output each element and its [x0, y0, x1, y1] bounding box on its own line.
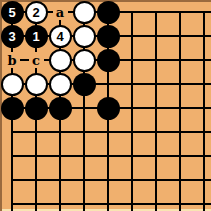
grid-hline [11, 179, 211, 181]
black-stone [97, 1, 120, 24]
white-stone [49, 49, 72, 72]
black-stone [97, 97, 120, 120]
point-label: b [5, 52, 20, 68]
white-stone-move-4: 4 [49, 25, 72, 48]
grid-hline [11, 203, 211, 205]
white-stone [1, 73, 24, 96]
white-stone [73, 49, 96, 72]
grid-vline [179, 11, 181, 211]
white-stone-move-2: 2 [25, 1, 48, 24]
black-stone-move-5: 5 [1, 1, 24, 24]
point-label: a [53, 4, 68, 20]
black-stone-move-3: 3 [1, 25, 24, 48]
black-stone [49, 97, 72, 120]
grid-hline [11, 155, 211, 157]
white-stone [49, 73, 72, 96]
grid-vline [155, 11, 157, 211]
black-stone-move-1: 1 [25, 25, 48, 48]
grid-vline [131, 11, 133, 211]
white-stone [73, 25, 96, 48]
black-stone [73, 73, 96, 96]
white-stone [25, 73, 48, 96]
black-stone [25, 97, 48, 120]
go-board: abc52314 [0, 0, 211, 211]
grid-vline [203, 11, 205, 211]
black-stone [97, 49, 120, 72]
black-stone [1, 97, 24, 120]
grid-hline [11, 131, 211, 133]
point-label: c [29, 52, 44, 68]
white-stone [73, 1, 96, 24]
black-stone [97, 25, 120, 48]
